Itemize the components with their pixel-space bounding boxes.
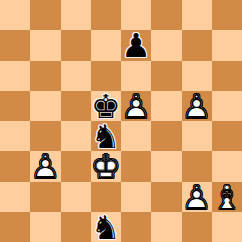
piece-outline-glyph: ♙	[182, 180, 212, 213]
square-g4[interactable]	[182, 121, 212, 151]
piece-fill-glyph: ♟	[121, 29, 151, 62]
square-e1[interactable]	[121, 212, 151, 242]
square-b3[interactable]: ♟♙	[30, 151, 60, 181]
square-g7[interactable]	[182, 30, 212, 60]
square-c3[interactable]	[61, 151, 91, 181]
square-h2[interactable]: ♝♗	[212, 182, 242, 212]
square-e7[interactable]: ♟♙	[121, 30, 151, 60]
square-g2[interactable]: ♟♙	[182, 182, 212, 212]
square-d7[interactable]	[91, 30, 121, 60]
square-f7[interactable]	[151, 30, 181, 60]
square-a3[interactable]	[0, 151, 30, 181]
square-d8[interactable]	[91, 0, 121, 30]
square-b1[interactable]	[30, 212, 60, 242]
piece-fill-glyph: ♞	[91, 210, 121, 242]
square-h7[interactable]	[212, 30, 242, 60]
piece-outline-glyph: ♔	[91, 150, 121, 183]
square-b5[interactable]	[30, 91, 60, 121]
square-f2[interactable]	[151, 182, 181, 212]
chess-board: ♟♙♚♔♟♙♟♙♞♘♟♙♚♔♟♙♝♗♞♘	[0, 0, 242, 242]
white-pawn[interactable]: ♟♙	[182, 182, 212, 212]
white-pawn[interactable]: ♟♙	[182, 91, 212, 121]
square-f5[interactable]	[151, 91, 181, 121]
square-c5[interactable]	[61, 91, 91, 121]
piece-outline-glyph: ♗	[212, 180, 242, 213]
square-e4[interactable]	[121, 121, 151, 151]
white-bishop[interactable]: ♝♗	[212, 182, 242, 212]
square-c4[interactable]	[61, 121, 91, 151]
square-c2[interactable]	[61, 182, 91, 212]
square-h5[interactable]	[212, 91, 242, 121]
square-h8[interactable]	[212, 0, 242, 30]
square-a1[interactable]	[0, 212, 30, 242]
square-f1[interactable]	[151, 212, 181, 242]
square-f8[interactable]	[151, 0, 181, 30]
black-knight[interactable]: ♞♘	[91, 212, 121, 242]
square-a5[interactable]	[0, 91, 30, 121]
white-king[interactable]: ♚♔	[91, 151, 121, 181]
square-g5[interactable]: ♟♙	[182, 91, 212, 121]
square-h1[interactable]	[212, 212, 242, 242]
black-pawn[interactable]: ♟♙	[121, 30, 151, 60]
square-g8[interactable]	[182, 0, 212, 30]
square-f4[interactable]	[151, 121, 181, 151]
square-a2[interactable]	[0, 182, 30, 212]
square-d3[interactable]: ♚♔	[91, 151, 121, 181]
square-d1[interactable]: ♞♘	[91, 212, 121, 242]
white-pawn[interactable]: ♟♙	[121, 91, 151, 121]
square-g1[interactable]	[182, 212, 212, 242]
piece-outline-glyph: ♙	[182, 89, 212, 122]
piece-outline-glyph: ♙	[121, 89, 151, 122]
square-b2[interactable]	[30, 182, 60, 212]
square-c8[interactable]	[61, 0, 91, 30]
piece-outline-glyph: ♙	[31, 150, 61, 183]
square-c7[interactable]	[61, 30, 91, 60]
square-a6[interactable]	[0, 61, 30, 91]
square-h4[interactable]	[212, 121, 242, 151]
square-a4[interactable]	[0, 121, 30, 151]
square-h6[interactable]	[212, 61, 242, 91]
square-b7[interactable]	[30, 30, 60, 60]
white-pawn[interactable]: ♟♙	[30, 151, 60, 181]
square-e3[interactable]	[121, 151, 151, 181]
square-c1[interactable]	[61, 212, 91, 242]
square-c6[interactable]	[61, 61, 91, 91]
square-a7[interactable]	[0, 30, 30, 60]
square-a8[interactable]	[0, 0, 30, 30]
square-b6[interactable]	[30, 61, 60, 91]
square-f6[interactable]	[151, 61, 181, 91]
square-e5[interactable]: ♟♙	[121, 91, 151, 121]
square-f3[interactable]	[151, 151, 181, 181]
square-b8[interactable]	[30, 0, 60, 30]
square-e2[interactable]	[121, 182, 151, 212]
